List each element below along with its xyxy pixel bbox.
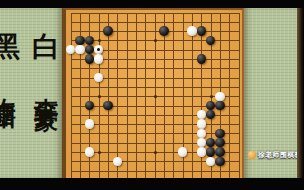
black-stone xyxy=(215,138,224,147)
white-stone xyxy=(94,45,103,54)
video-player[interactable]: 黑 白 许嘉阳 李轩豪 徐老师围棋教室 xyxy=(0,0,304,190)
star-point xyxy=(154,151,157,154)
white-stone xyxy=(113,157,122,166)
go-board xyxy=(62,8,244,178)
frame-right-edge xyxy=(297,8,304,178)
right-tatami: 徐老师围棋教室 xyxy=(244,8,297,178)
white-player-name: 李轩豪 xyxy=(33,78,59,93)
black-stone xyxy=(206,110,215,119)
black-stone xyxy=(85,101,94,110)
white-stone xyxy=(187,26,196,35)
star-point xyxy=(154,95,157,98)
white-stone xyxy=(197,119,206,128)
black-stone xyxy=(215,147,224,156)
star-point xyxy=(210,95,213,98)
grid-line-v xyxy=(164,13,165,179)
grid-line-h xyxy=(71,124,240,125)
white-stone xyxy=(215,92,224,101)
white-stone xyxy=(197,147,206,156)
channel-watermark: 徐老师围棋教室 xyxy=(248,150,304,160)
black-stone xyxy=(197,26,206,35)
black-stone xyxy=(85,36,94,45)
black-stone xyxy=(206,147,215,156)
black-stone xyxy=(215,101,224,110)
black-side-label: 黑 xyxy=(0,33,20,61)
star-point xyxy=(98,151,101,154)
black-stone xyxy=(206,138,215,147)
white-stone xyxy=(197,110,206,119)
white-stone xyxy=(66,45,75,54)
grid-line-v xyxy=(192,13,193,179)
black-player-name: 许嘉阳 xyxy=(0,78,17,93)
white-stone xyxy=(85,119,94,128)
grid-line-h xyxy=(71,133,240,134)
black-stone xyxy=(75,36,84,45)
white-stone xyxy=(197,138,206,147)
last-move-marker xyxy=(97,48,100,51)
black-stone xyxy=(206,36,215,45)
grid-line-v xyxy=(173,13,174,179)
players-panel: 黑 白 许嘉阳 李轩豪 xyxy=(0,8,62,178)
black-stone xyxy=(103,26,112,35)
black-stone xyxy=(197,54,206,63)
grid-line-v xyxy=(239,13,240,179)
black-stone xyxy=(215,129,224,138)
white-stone xyxy=(85,147,94,156)
white-stone xyxy=(197,129,206,138)
white-stone xyxy=(94,73,103,82)
grid-line-h xyxy=(71,171,240,172)
white-stone xyxy=(75,45,84,54)
black-stone xyxy=(159,26,168,35)
channel-logo-icon xyxy=(248,151,256,159)
letterbox-top xyxy=(0,0,304,8)
black-stone xyxy=(85,54,94,63)
black-stone xyxy=(206,101,215,110)
star-point xyxy=(98,95,101,98)
white-side-label: 白 xyxy=(32,33,60,61)
white-stone xyxy=(206,157,215,166)
player-control-bar xyxy=(0,178,304,190)
black-stone xyxy=(85,45,94,54)
grid-line-v xyxy=(229,13,230,179)
black-stone xyxy=(215,157,224,166)
white-stone xyxy=(178,147,187,156)
star-point xyxy=(154,39,157,42)
black-stone xyxy=(103,101,112,110)
white-stone xyxy=(94,54,103,63)
